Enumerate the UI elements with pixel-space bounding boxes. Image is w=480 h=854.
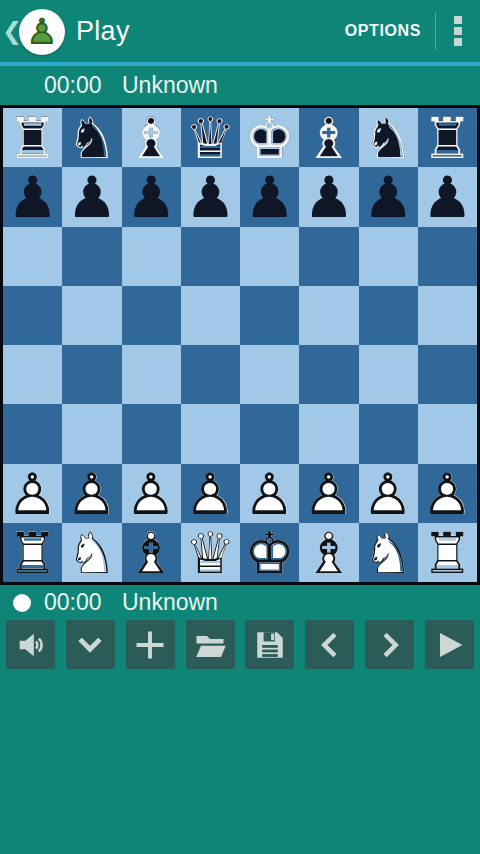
black-player-name: Unknown: [122, 72, 218, 99]
white-bishop[interactable]: ♝♗: [122, 523, 181, 582]
square-h4[interactable]: [418, 345, 477, 404]
chevron-down-icon: [73, 628, 107, 662]
white-king[interactable]: ♚♔: [240, 523, 299, 582]
square-h1[interactable]: ♜♖: [418, 523, 477, 582]
white-pawn[interactable]: ♟♙: [240, 464, 299, 523]
square-c5[interactable]: [122, 286, 181, 345]
white-pawn[interactable]: ♟♙: [359, 464, 418, 523]
square-b8[interactable]: ♞♘: [62, 108, 121, 167]
square-g2[interactable]: ♟♙: [359, 464, 418, 523]
square-e3[interactable]: [240, 404, 299, 463]
plus-icon: [132, 627, 168, 663]
new-game-button[interactable]: [126, 620, 175, 669]
play-button[interactable]: [425, 620, 474, 669]
play-triangle-icon: [431, 627, 467, 663]
square-g7[interactable]: ♟: [359, 167, 418, 226]
square-b5[interactable]: [62, 286, 121, 345]
black-pawn[interactable]: ♟: [299, 167, 358, 226]
black-pawn[interactable]: ♟: [62, 167, 121, 226]
black-queen[interactable]: ♛♕: [181, 108, 240, 167]
square-h3[interactable]: [418, 404, 477, 463]
square-f4[interactable]: [299, 345, 358, 404]
app-logo-badge[interactable]: ♟ ♙: [19, 9, 65, 55]
square-h5[interactable]: [418, 286, 477, 345]
app-screen: ❮ ♟ ♙ Play OPTIONS 00:00 Unknown ♜♖♞♘♝♗♛…: [0, 0, 480, 854]
black-king[interactable]: ♚♔: [240, 108, 299, 167]
white-turn-indicator: [13, 594, 31, 612]
square-f8[interactable]: ♝♗: [299, 108, 358, 167]
square-f7[interactable]: ♟: [299, 167, 358, 226]
square-f5[interactable]: [299, 286, 358, 345]
square-b4[interactable]: [62, 345, 121, 404]
square-g4[interactable]: [359, 345, 418, 404]
black-pawn[interactable]: ♟: [240, 167, 299, 226]
options-button[interactable]: OPTIONS: [331, 22, 435, 40]
square-g8[interactable]: ♞♘: [359, 108, 418, 167]
square-e2[interactable]: ♟♙: [240, 464, 299, 523]
white-clock: 00:00: [44, 589, 102, 616]
square-d6[interactable]: [181, 227, 240, 286]
white-pawn[interactable]: ♟♙: [122, 464, 181, 523]
collapse-button[interactable]: [66, 620, 115, 669]
square-a8[interactable]: ♜♖: [3, 108, 62, 167]
square-d7[interactable]: ♟: [181, 167, 240, 226]
square-e4[interactable]: [240, 345, 299, 404]
black-pawn[interactable]: ♟: [122, 167, 181, 226]
overflow-menu-icon[interactable]: [436, 0, 480, 62]
square-f3[interactable]: [299, 404, 358, 463]
square-b6[interactable]: [62, 227, 121, 286]
chevron-right-icon: [373, 628, 407, 662]
square-c3[interactable]: [122, 404, 181, 463]
white-player-row: 00:00 Unknown: [0, 585, 480, 620]
square-d3[interactable]: [181, 404, 240, 463]
square-d5[interactable]: [181, 286, 240, 345]
square-a4[interactable]: [3, 345, 62, 404]
square-b7[interactable]: ♟: [62, 167, 121, 226]
open-button[interactable]: [186, 620, 235, 669]
square-c8[interactable]: ♝♗: [122, 108, 181, 167]
square-g3[interactable]: [359, 404, 418, 463]
square-d2[interactable]: ♟♙: [181, 464, 240, 523]
white-pawn[interactable]: ♟♙: [3, 464, 62, 523]
speaker-icon: [14, 628, 48, 662]
square-c1[interactable]: ♝♗: [122, 523, 181, 582]
white-pawn[interactable]: ♟♙: [418, 464, 477, 523]
square-a1[interactable]: ♜♖: [3, 523, 62, 582]
square-d4[interactable]: [181, 345, 240, 404]
black-clock: 00:00: [44, 72, 102, 99]
square-e6[interactable]: [240, 227, 299, 286]
square-c7[interactable]: ♟: [122, 167, 181, 226]
page-title: Play: [76, 0, 130, 62]
black-rook[interactable]: ♜♖: [418, 108, 477, 167]
white-knight[interactable]: ♞♘: [359, 523, 418, 582]
square-h2[interactable]: ♟♙: [418, 464, 477, 523]
square-a6[interactable]: [3, 227, 62, 286]
save-button[interactable]: [245, 620, 294, 669]
action-bar: ❮ ♟ ♙ Play OPTIONS: [0, 0, 480, 62]
white-player-name: Unknown: [122, 589, 218, 616]
chevron-left-icon: [313, 628, 347, 662]
square-h7[interactable]: ♟: [418, 167, 477, 226]
black-bishop[interactable]: ♝♗: [299, 108, 358, 167]
square-b2[interactable]: ♟♙: [62, 464, 121, 523]
square-b3[interactable]: [62, 404, 121, 463]
square-h8[interactable]: ♜♖: [418, 108, 477, 167]
previous-move-button[interactable]: [305, 620, 354, 669]
white-queen[interactable]: ♛♕: [181, 523, 240, 582]
green-pawn-icon-outline: ♙: [26, 9, 58, 55]
black-pawn[interactable]: ♟: [359, 167, 418, 226]
white-pawn[interactable]: ♟♙: [62, 464, 121, 523]
white-pawn[interactable]: ♟♙: [181, 464, 240, 523]
square-d1[interactable]: ♛♕: [181, 523, 240, 582]
square-a7[interactable]: ♟: [3, 167, 62, 226]
black-pawn[interactable]: ♟: [3, 167, 62, 226]
square-c2[interactable]: ♟♙: [122, 464, 181, 523]
black-pawn[interactable]: ♟: [418, 167, 477, 226]
square-g5[interactable]: [359, 286, 418, 345]
next-move-button[interactable]: [365, 620, 414, 669]
square-g6[interactable]: [359, 227, 418, 286]
black-pawn[interactable]: ♟: [181, 167, 240, 226]
square-d8[interactable]: ♛♕: [181, 108, 240, 167]
white-rook[interactable]: ♜♖: [3, 523, 62, 582]
black-knight[interactable]: ♞♘: [359, 108, 418, 167]
square-f2[interactable]: ♟♙: [299, 464, 358, 523]
square-c6[interactable]: [122, 227, 181, 286]
square-f6[interactable]: [299, 227, 358, 286]
square-a3[interactable]: [3, 404, 62, 463]
white-rook[interactable]: ♜♖: [418, 523, 477, 582]
square-e5[interactable]: [240, 286, 299, 345]
black-knight[interactable]: ♞♘: [62, 108, 121, 167]
white-pawn[interactable]: ♟♙: [299, 464, 358, 523]
white-bishop[interactable]: ♝♗: [299, 523, 358, 582]
sound-button[interactable]: [6, 620, 55, 669]
square-g1[interactable]: ♞♘: [359, 523, 418, 582]
chess-board[interactable]: ♜♖♞♘♝♗♛♕♚♔♝♗♞♘♜♖♟♟♟♟♟♟♟♟♟♙♟♙♟♙♟♙♟♙♟♙♟♙♟♙…: [0, 105, 480, 585]
square-e7[interactable]: ♟: [240, 167, 299, 226]
square-a2[interactable]: ♟♙: [3, 464, 62, 523]
square-e1[interactable]: ♚♔: [240, 523, 299, 582]
action-bar-actions: OPTIONS: [331, 0, 480, 62]
black-rook[interactable]: ♜♖: [3, 108, 62, 167]
square-c4[interactable]: [122, 345, 181, 404]
floppy-disk-icon: [253, 628, 287, 662]
toolbar: [0, 620, 480, 670]
square-h6[interactable]: [418, 227, 477, 286]
black-player-row: 00:00 Unknown: [0, 66, 480, 105]
black-bishop[interactable]: ♝♗: [122, 108, 181, 167]
square-e8[interactable]: ♚♔: [240, 108, 299, 167]
open-folder-icon: [192, 627, 228, 663]
square-b1[interactable]: ♞♘: [62, 523, 121, 582]
square-a5[interactable]: [3, 286, 62, 345]
white-knight[interactable]: ♞♘: [62, 523, 121, 582]
square-f1[interactable]: ♝♗: [299, 523, 358, 582]
